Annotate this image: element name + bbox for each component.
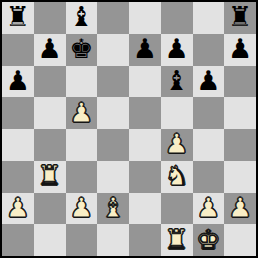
square-d7[interactable] [97, 34, 129, 66]
square-e7[interactable]: ♟ [129, 34, 161, 66]
square-b6[interactable] [34, 66, 66, 98]
square-h4[interactable] [224, 129, 256, 161]
square-d3[interactable] [97, 161, 129, 193]
square-d6[interactable] [97, 66, 129, 98]
piece-black-bishop[interactable]: ♝ [69, 3, 93, 30]
square-b7[interactable]: ♟ [34, 34, 66, 66]
square-g4[interactable] [193, 129, 225, 161]
square-e4[interactable] [129, 129, 161, 161]
square-g7[interactable] [193, 34, 225, 66]
square-d4[interactable] [97, 129, 129, 161]
square-a3[interactable] [2, 161, 34, 193]
square-c8[interactable]: ♝ [66, 2, 98, 34]
piece-black-rook[interactable]: ♜ [6, 3, 30, 30]
piece-black-pawn[interactable]: ♟ [6, 67, 30, 94]
piece-white-bishop[interactable]: ♝ [101, 194, 125, 221]
square-h2[interactable]: ♟ [224, 193, 256, 225]
square-d5[interactable] [97, 97, 129, 129]
square-f5[interactable] [161, 97, 193, 129]
piece-white-pawn[interactable]: ♟ [69, 99, 93, 126]
square-d2[interactable]: ♝ [97, 193, 129, 225]
square-e8[interactable] [129, 2, 161, 34]
piece-black-pawn[interactable]: ♟ [196, 67, 220, 94]
square-b2[interactable] [34, 193, 66, 225]
square-c2[interactable]: ♟ [66, 193, 98, 225]
chess-board-container: ♜♝♜♟♚♟♟♟♟♝♟♟♟♜♞♟♟♝♟♟♜♚ [0, 0, 258, 258]
square-a2[interactable]: ♟ [2, 193, 34, 225]
square-f8[interactable] [161, 2, 193, 34]
square-a7[interactable] [2, 34, 34, 66]
square-g8[interactable] [193, 2, 225, 34]
piece-white-pawn[interactable]: ♟ [6, 194, 30, 221]
square-a8[interactable]: ♜ [2, 2, 34, 34]
square-e2[interactable] [129, 193, 161, 225]
square-f7[interactable]: ♟ [161, 34, 193, 66]
square-b3[interactable]: ♜ [34, 161, 66, 193]
square-f6[interactable]: ♝ [161, 66, 193, 98]
square-g5[interactable] [193, 97, 225, 129]
square-a6[interactable]: ♟ [2, 66, 34, 98]
square-h7[interactable]: ♟ [224, 34, 256, 66]
square-e3[interactable] [129, 161, 161, 193]
piece-black-pawn[interactable]: ♟ [228, 35, 252, 62]
chess-board: ♜♝♜♟♚♟♟♟♟♝♟♟♟♜♞♟♟♝♟♟♜♚ [0, 0, 258, 258]
square-b1[interactable] [34, 224, 66, 256]
piece-black-rook[interactable]: ♜ [228, 3, 252, 30]
square-h8[interactable]: ♜ [224, 2, 256, 34]
piece-black-king[interactable]: ♚ [69, 35, 93, 62]
piece-black-pawn[interactable]: ♟ [165, 35, 189, 62]
square-f3[interactable]: ♞ [161, 161, 193, 193]
square-h5[interactable] [224, 97, 256, 129]
square-c3[interactable] [66, 161, 98, 193]
square-d1[interactable] [97, 224, 129, 256]
square-e1[interactable] [129, 224, 161, 256]
square-f2[interactable] [161, 193, 193, 225]
square-d8[interactable] [97, 2, 129, 34]
square-g6[interactable]: ♟ [193, 66, 225, 98]
square-g2[interactable]: ♟ [193, 193, 225, 225]
square-c6[interactable] [66, 66, 98, 98]
square-h6[interactable] [224, 66, 256, 98]
piece-black-pawn[interactable]: ♟ [133, 35, 157, 62]
square-g1[interactable]: ♚ [193, 224, 225, 256]
square-f4[interactable]: ♟ [161, 129, 193, 161]
square-g3[interactable] [193, 161, 225, 193]
square-a4[interactable] [2, 129, 34, 161]
piece-white-rook[interactable]: ♜ [165, 226, 189, 253]
piece-white-knight[interactable]: ♞ [165, 162, 189, 189]
square-c1[interactable] [66, 224, 98, 256]
square-c4[interactable] [66, 129, 98, 161]
piece-white-king[interactable]: ♚ [196, 226, 220, 253]
piece-white-pawn[interactable]: ♟ [228, 194, 252, 221]
piece-black-pawn[interactable]: ♟ [38, 35, 62, 62]
square-a5[interactable] [2, 97, 34, 129]
square-f1[interactable]: ♜ [161, 224, 193, 256]
square-h1[interactable] [224, 224, 256, 256]
square-a1[interactable] [2, 224, 34, 256]
piece-black-bishop[interactable]: ♝ [165, 67, 189, 94]
square-b4[interactable] [34, 129, 66, 161]
piece-white-pawn[interactable]: ♟ [196, 194, 220, 221]
piece-white-rook[interactable]: ♜ [38, 162, 62, 189]
square-b8[interactable] [34, 2, 66, 34]
square-h3[interactable] [224, 161, 256, 193]
square-c7[interactable]: ♚ [66, 34, 98, 66]
square-e6[interactable] [129, 66, 161, 98]
piece-white-pawn[interactable]: ♟ [69, 194, 93, 221]
square-e5[interactable] [129, 97, 161, 129]
square-b5[interactable] [34, 97, 66, 129]
square-c5[interactable]: ♟ [66, 97, 98, 129]
piece-white-pawn[interactable]: ♟ [165, 130, 189, 157]
